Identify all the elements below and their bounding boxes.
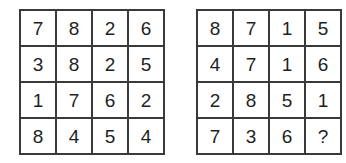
left-cell-r0c3: 6 [128, 10, 164, 46]
right-cell-r2c0: 2 [197, 82, 233, 118]
right-cell-r3c3 question-cell: ? [305, 118, 341, 154]
right-cell-r2c1: 8 [233, 82, 269, 118]
left-cell-r3c0: 8 [20, 118, 56, 154]
left-cell-r2c0: 1 [20, 82, 56, 118]
right-cell-r2c2: 5 [269, 82, 305, 118]
left-cell-r3c1: 4 [56, 118, 92, 154]
right-cell-r0c1: 7 [233, 10, 269, 46]
right-cell-r3c0: 7 [197, 118, 233, 154]
left-cell-r3c3: 4 [128, 118, 164, 154]
right-cell-r0c2: 1 [269, 10, 305, 46]
left-cell-r1c2: 2 [92, 46, 128, 82]
left-cell-r2c2: 6 [92, 82, 128, 118]
right-grid: 8 7 1 5 4 7 1 6 2 8 5 1 7 3 6 ? [196, 9, 342, 155]
right-cell-r1c3: 6 [305, 46, 341, 82]
left-cell-r2c1: 7 [56, 82, 92, 118]
left-cell-r1c1: 8 [56, 46, 92, 82]
left-cell-r0c0: 7 [20, 10, 56, 46]
right-cell-r3c2: 6 [269, 118, 305, 154]
right-cell-r0c3: 5 [305, 10, 341, 46]
left-cell-r1c0: 3 [20, 46, 56, 82]
left-grid: 7 8 2 6 3 8 2 5 1 7 6 2 8 4 5 4 [19, 9, 165, 155]
right-cell-r2c3: 1 [305, 82, 341, 118]
right-cell-r1c0: 4 [197, 46, 233, 82]
left-cell-r2c3: 2 [128, 82, 164, 118]
right-cell-r1c2: 1 [269, 46, 305, 82]
left-cell-r3c2: 5 [92, 118, 128, 154]
puzzle-grids: 7 8 2 6 3 8 2 5 1 7 6 2 8 4 5 4 8 7 1 5 … [19, 9, 342, 155]
right-cell-r0c0: 8 [197, 10, 233, 46]
left-cell-r1c3: 5 [128, 46, 164, 82]
puzzle-canvas: 7 8 2 6 3 8 2 5 1 7 6 2 8 4 5 4 8 7 1 5 … [0, 0, 346, 163]
left-cell-r0c2: 2 [92, 10, 128, 46]
right-cell-r1c1: 7 [233, 46, 269, 82]
right-cell-r3c1: 3 [233, 118, 269, 154]
left-cell-r0c1: 8 [56, 10, 92, 46]
